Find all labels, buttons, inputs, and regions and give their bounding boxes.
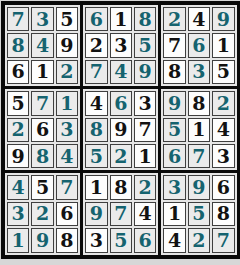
cell-r1c2[interactable]: 3 [31, 7, 53, 31]
box-r1c2: 618235749 [83, 5, 158, 86]
cell-r3c5[interactable]: 4 [110, 60, 132, 84]
cell-r6c8[interactable]: 7 [188, 144, 210, 168]
cell-r1c1[interactable]: 7 [7, 7, 29, 31]
sudoku-board: 7358496126182357492497618355712639844638… [1, 1, 240, 259]
cell-r8c5[interactable]: 7 [110, 202, 132, 226]
cell-r3c4[interactable]: 7 [85, 60, 107, 84]
cell-r7c8[interactable]: 9 [188, 175, 210, 199]
cell-r9c9[interactable]: 7 [212, 228, 234, 252]
cell-r1c8[interactable]: 4 [188, 7, 210, 31]
cell-r6c2[interactable]: 8 [31, 144, 53, 168]
box-r1c3: 249761835 [161, 5, 236, 86]
cell-r4c4[interactable]: 4 [85, 91, 107, 115]
box-r2c3: 982514673 [161, 89, 236, 170]
cell-r3c6[interactable]: 9 [134, 60, 156, 84]
cell-r9c8[interactable]: 2 [188, 228, 210, 252]
cell-r2c6[interactable]: 5 [134, 33, 156, 57]
cell-r2c3[interactable]: 9 [56, 33, 78, 57]
cell-r4c8[interactable]: 8 [188, 91, 210, 115]
cell-r6c9[interactable]: 3 [212, 144, 234, 168]
cell-r9c2[interactable]: 9 [31, 228, 53, 252]
cell-r7c6[interactable]: 2 [134, 175, 156, 199]
cell-r2c5[interactable]: 3 [110, 33, 132, 57]
cell-r6c4[interactable]: 5 [85, 144, 107, 168]
cell-r7c4[interactable]: 1 [85, 175, 107, 199]
cell-r9c7[interactable]: 4 [163, 228, 185, 252]
box-r2c1: 571263984 [5, 89, 80, 170]
cell-r4c3[interactable]: 1 [56, 91, 78, 115]
cell-r3c8[interactable]: 3 [188, 60, 210, 84]
cell-r1c3[interactable]: 5 [56, 7, 78, 31]
cell-r9c4[interactable]: 3 [85, 228, 107, 252]
cell-r8c7[interactable]: 1 [163, 202, 185, 226]
cell-r5c6[interactable]: 7 [134, 118, 156, 142]
cell-r2c2[interactable]: 4 [31, 33, 53, 57]
cell-r1c7[interactable]: 2 [163, 7, 185, 31]
cell-r8c8[interactable]: 5 [188, 202, 210, 226]
cell-r1c6[interactable]: 8 [134, 7, 156, 31]
cell-r9c1[interactable]: 1 [7, 228, 29, 252]
cell-r8c9[interactable]: 8 [212, 202, 234, 226]
cell-r8c6[interactable]: 4 [134, 202, 156, 226]
cell-r3c3[interactable]: 2 [56, 60, 78, 84]
cell-r6c7[interactable]: 6 [163, 144, 185, 168]
box-r3c1: 457326198 [5, 173, 80, 254]
cell-r6c3[interactable]: 4 [56, 144, 78, 168]
cell-r8c3[interactable]: 6 [56, 202, 78, 226]
cell-r4c9[interactable]: 2 [212, 91, 234, 115]
cell-r4c5[interactable]: 6 [110, 91, 132, 115]
box-r3c2: 182974356 [83, 173, 158, 254]
cell-r3c7[interactable]: 8 [163, 60, 185, 84]
cell-r5c2[interactable]: 6 [31, 118, 53, 142]
cell-r8c4[interactable]: 9 [85, 202, 107, 226]
cell-r7c5[interactable]: 8 [110, 175, 132, 199]
cell-r7c2[interactable]: 5 [31, 175, 53, 199]
box-r2c2: 463897521 [83, 89, 158, 170]
cell-r4c1[interactable]: 5 [7, 91, 29, 115]
cell-r2c8[interactable]: 6 [188, 33, 210, 57]
cell-r5c3[interactable]: 3 [56, 118, 78, 142]
cell-r7c3[interactable]: 7 [56, 175, 78, 199]
cell-r9c3[interactable]: 8 [56, 228, 78, 252]
cell-r7c7[interactable]: 3 [163, 175, 185, 199]
cell-r2c7[interactable]: 7 [163, 33, 185, 57]
cell-r6c1[interactable]: 9 [7, 144, 29, 168]
cell-r2c9[interactable]: 1 [212, 33, 234, 57]
cell-r5c1[interactable]: 2 [7, 118, 29, 142]
cell-r9c5[interactable]: 5 [110, 228, 132, 252]
cell-r1c4[interactable]: 6 [85, 7, 107, 31]
cell-r1c5[interactable]: 1 [110, 7, 132, 31]
cell-r4c2[interactable]: 7 [31, 91, 53, 115]
cell-r5c4[interactable]: 8 [85, 118, 107, 142]
cell-r3c2[interactable]: 1 [31, 60, 53, 84]
cell-r9c6[interactable]: 6 [134, 228, 156, 252]
cell-r8c2[interactable]: 2 [31, 202, 53, 226]
cell-r3c9[interactable]: 5 [212, 60, 234, 84]
cell-r6c6[interactable]: 1 [134, 144, 156, 168]
cell-r8c1[interactable]: 3 [7, 202, 29, 226]
box-r1c1: 735849612 [5, 5, 80, 86]
cell-r7c9[interactable]: 6 [212, 175, 234, 199]
cell-r4c6[interactable]: 3 [134, 91, 156, 115]
cell-r6c5[interactable]: 2 [110, 144, 132, 168]
cell-r2c4[interactable]: 2 [85, 33, 107, 57]
cell-r2c1[interactable]: 8 [7, 33, 29, 57]
cell-r3c1[interactable]: 6 [7, 60, 29, 84]
cell-r5c7[interactable]: 5 [163, 118, 185, 142]
cell-r5c8[interactable]: 1 [188, 118, 210, 142]
cell-r4c7[interactable]: 9 [163, 91, 185, 115]
box-r3c3: 396158427 [161, 173, 236, 254]
cell-r5c5[interactable]: 9 [110, 118, 132, 142]
cell-r7c1[interactable]: 4 [7, 175, 29, 199]
cell-r5c9[interactable]: 4 [212, 118, 234, 142]
cell-r1c9[interactable]: 9 [212, 7, 234, 31]
